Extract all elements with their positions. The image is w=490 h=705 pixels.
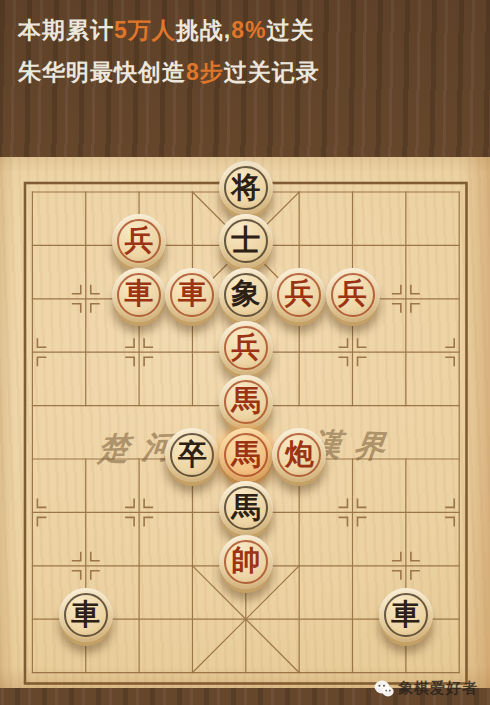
watermark: 象棋爱好者: [374, 679, 478, 698]
piece-glyph: 炮: [285, 440, 314, 469]
stats-segment: 过关: [266, 17, 314, 43]
piece-red-馬[interactable]: 馬: [219, 428, 273, 482]
piece-black-車[interactable]: 車: [59, 588, 113, 642]
piece-red-兵[interactable]: 兵: [326, 268, 380, 322]
piece-red-車[interactable]: 車: [112, 268, 166, 322]
stats-segment: 朱华明最快创造: [18, 59, 186, 85]
piece-red-帥[interactable]: 帥: [219, 535, 273, 589]
piece-glyph: 帥: [231, 546, 260, 575]
piece-glyph: 兵: [285, 279, 314, 308]
piece-glyph: 将: [231, 173, 260, 202]
piece-black-象[interactable]: 象: [219, 268, 273, 322]
stats-segment: 挑战,: [176, 17, 231, 43]
piece-glyph: 車: [391, 600, 420, 629]
piece-glyph: 兵: [231, 333, 260, 362]
piece-glyph: 馬: [231, 493, 260, 522]
piece-glyph: 卒: [178, 440, 207, 469]
piece-glyph: 馬: [231, 440, 260, 469]
stats-segment: 过关记录: [224, 59, 320, 85]
piece-glyph: 馬: [231, 386, 260, 415]
piece-black-馬[interactable]: 馬: [219, 481, 273, 535]
piece-red-炮[interactable]: 炮: [272, 428, 326, 482]
stats-segment: 8%: [231, 17, 266, 43]
piece-glyph: 車: [125, 279, 154, 308]
piece-black-将[interactable]: 将: [219, 161, 273, 215]
piece-black-士[interactable]: 士: [219, 214, 273, 268]
stats-segment: 5万人: [114, 17, 176, 43]
stats-segment: 8步: [186, 59, 224, 85]
piece-red-馬[interactable]: 馬: [219, 375, 273, 429]
wechat-icon: [374, 680, 394, 698]
stats-line-2: 朱华明最快创造8步过关记录: [18, 57, 478, 88]
piece-glyph: 車: [71, 600, 100, 629]
stats-line-1: 本期累计5万人挑战,8%过关: [18, 15, 478, 46]
piece-glyph: 象: [231, 279, 260, 308]
xiangqi-board: 楚河 漢界 将兵士車車象兵兵兵馬卒馬炮馬帥車車: [0, 157, 490, 688]
piece-glyph: 兵: [125, 226, 154, 255]
piece-red-車[interactable]: 車: [165, 268, 219, 322]
piece-glyph: 車: [178, 279, 207, 308]
piece-red-兵[interactable]: 兵: [272, 268, 326, 322]
app-screen: 本期累计5万人挑战,8%过关 朱华明最快创造8步过关记录 楚河 漢界 将兵士車車…: [0, 0, 490, 705]
piece-glyph: 兵: [338, 279, 367, 308]
piece-glyph: 士: [231, 226, 260, 255]
piece-black-車[interactable]: 車: [379, 588, 433, 642]
piece-red-兵[interactable]: 兵: [219, 321, 273, 375]
watermark-text: 象棋爱好者: [398, 679, 478, 698]
stats-segment: 本期累计: [18, 17, 114, 43]
